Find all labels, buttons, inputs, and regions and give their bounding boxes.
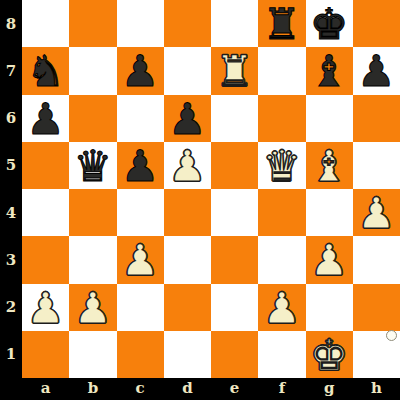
square-b8[interactable] xyxy=(69,0,116,47)
square-c3[interactable]: ♟ xyxy=(117,236,164,283)
square-h3[interactable] xyxy=(353,236,400,283)
file-label-e: e xyxy=(211,378,258,400)
rank-label-7: 7 xyxy=(0,47,22,94)
square-b1[interactable] xyxy=(69,331,116,378)
square-h8[interactable] xyxy=(353,0,400,47)
square-f5[interactable]: ♛ xyxy=(258,142,305,189)
chess-diagram: 87654321 ♜♚♞♟♜♝♟♟♟♛♟♟♛♝♟♟♟♟♟♟♚ abcdefgh xyxy=(0,0,400,400)
square-g4[interactable] xyxy=(306,189,353,236)
square-g7[interactable]: ♝ xyxy=(306,47,353,94)
file-labels: abcdefgh xyxy=(22,378,400,400)
square-b7[interactable] xyxy=(69,47,116,94)
file-label-b: b xyxy=(69,378,116,400)
file-label-h: h xyxy=(353,378,400,400)
white-bishop-g5[interactable]: ♝ xyxy=(310,145,349,188)
square-e8[interactable] xyxy=(211,0,258,47)
white-pawn-g3[interactable]: ♟ xyxy=(310,239,349,282)
square-d6[interactable]: ♟ xyxy=(164,95,211,142)
white-king-g1[interactable]: ♚ xyxy=(310,334,349,377)
rank-label-1: 1 xyxy=(0,331,22,378)
square-d7[interactable] xyxy=(164,47,211,94)
square-e5[interactable] xyxy=(211,142,258,189)
square-f6[interactable] xyxy=(258,95,305,142)
rank-label-3: 3 xyxy=(0,236,22,283)
square-c8[interactable] xyxy=(117,0,164,47)
square-d5[interactable]: ♟ xyxy=(164,142,211,189)
rank-label-2: 2 xyxy=(0,284,22,331)
square-c6[interactable] xyxy=(117,95,164,142)
square-g3[interactable]: ♟ xyxy=(306,236,353,283)
square-e2[interactable] xyxy=(211,284,258,331)
black-queen-b5[interactable]: ♛ xyxy=(74,145,113,188)
white-rook-e7[interactable]: ♜ xyxy=(215,50,254,93)
square-a3[interactable] xyxy=(22,236,69,283)
black-pawn-a6[interactable]: ♟ xyxy=(26,98,65,141)
square-a6[interactable]: ♟ xyxy=(22,95,69,142)
square-d2[interactable] xyxy=(164,284,211,331)
black-rook-f8[interactable]: ♜ xyxy=(263,3,302,46)
black-knight-a7[interactable]: ♞ xyxy=(26,50,65,93)
square-d3[interactable] xyxy=(164,236,211,283)
square-h6[interactable] xyxy=(353,95,400,142)
square-h5[interactable] xyxy=(353,142,400,189)
black-pawn-h7[interactable]: ♟ xyxy=(357,50,396,93)
square-a7[interactable]: ♞ xyxy=(22,47,69,94)
square-h7[interactable]: ♟ xyxy=(353,47,400,94)
black-bishop-g7[interactable]: ♝ xyxy=(310,50,349,93)
white-pawn-a2[interactable]: ♟ xyxy=(26,287,65,330)
square-b3[interactable] xyxy=(69,236,116,283)
square-c5[interactable]: ♟ xyxy=(117,142,164,189)
square-b6[interactable] xyxy=(69,95,116,142)
file-label-g: g xyxy=(306,378,353,400)
square-c7[interactable]: ♟ xyxy=(117,47,164,94)
square-d8[interactable] xyxy=(164,0,211,47)
file-label-f: f xyxy=(258,378,305,400)
square-f1[interactable] xyxy=(258,331,305,378)
square-g2[interactable] xyxy=(306,284,353,331)
square-a1[interactable] xyxy=(22,331,69,378)
square-g8[interactable]: ♚ xyxy=(306,0,353,47)
square-g1[interactable]: ♚ xyxy=(306,331,353,378)
square-g5[interactable]: ♝ xyxy=(306,142,353,189)
square-d4[interactable] xyxy=(164,189,211,236)
square-c4[interactable] xyxy=(117,189,164,236)
rank-label-4: 4 xyxy=(0,189,22,236)
white-pawn-c3[interactable]: ♟ xyxy=(121,239,160,282)
square-a8[interactable] xyxy=(22,0,69,47)
square-h4[interactable]: ♟ xyxy=(353,189,400,236)
square-a4[interactable] xyxy=(22,189,69,236)
square-a5[interactable] xyxy=(22,142,69,189)
square-b4[interactable] xyxy=(69,189,116,236)
square-b2[interactable]: ♟ xyxy=(69,284,116,331)
white-queen-f5[interactable]: ♛ xyxy=(263,145,302,188)
file-label-d: d xyxy=(164,378,211,400)
square-g6[interactable] xyxy=(306,95,353,142)
square-b5[interactable]: ♛ xyxy=(69,142,116,189)
square-e6[interactable] xyxy=(211,95,258,142)
square-h2[interactable] xyxy=(353,284,400,331)
white-pawn-b2[interactable]: ♟ xyxy=(74,287,113,330)
square-c1[interactable] xyxy=(117,331,164,378)
square-f2[interactable]: ♟ xyxy=(258,284,305,331)
square-e7[interactable]: ♜ xyxy=(211,47,258,94)
square-e1[interactable] xyxy=(211,331,258,378)
rank-label-6: 6 xyxy=(0,95,22,142)
white-pawn-d5[interactable]: ♟ xyxy=(168,145,207,188)
square-c2[interactable] xyxy=(117,284,164,331)
black-pawn-c5[interactable]: ♟ xyxy=(121,145,160,188)
black-pawn-c7[interactable]: ♟ xyxy=(121,50,160,93)
chess-board: ♜♚♞♟♜♝♟♟♟♛♟♟♛♝♟♟♟♟♟♟♚ xyxy=(22,0,400,378)
square-f8[interactable]: ♜ xyxy=(258,0,305,47)
square-f3[interactable] xyxy=(258,236,305,283)
square-f4[interactable] xyxy=(258,189,305,236)
black-king-g8[interactable]: ♚ xyxy=(310,3,349,46)
black-pawn-d6[interactable]: ♟ xyxy=(168,98,207,141)
white-pawn-h4[interactable]: ♟ xyxy=(357,192,396,235)
square-d1[interactable] xyxy=(164,331,211,378)
rank-label-5: 5 xyxy=(0,142,22,189)
white-pawn-f2[interactable]: ♟ xyxy=(263,287,302,330)
rank-labels: 87654321 xyxy=(0,0,22,378)
file-label-a: a xyxy=(22,378,69,400)
square-e3[interactable] xyxy=(211,236,258,283)
file-label-c: c xyxy=(117,378,164,400)
rank-label-8: 8 xyxy=(0,0,22,47)
side-to-move-indicator xyxy=(386,330,397,341)
square-f7[interactable] xyxy=(258,47,305,94)
square-e4[interactable] xyxy=(211,189,258,236)
square-a2[interactable]: ♟ xyxy=(22,284,69,331)
